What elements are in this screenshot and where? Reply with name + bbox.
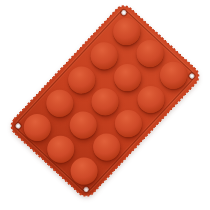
cavity-grid (14, 8, 196, 193)
mold-body (8, 2, 203, 200)
silicone-mold (20, 47, 190, 155)
product-photo (0, 0, 210, 210)
